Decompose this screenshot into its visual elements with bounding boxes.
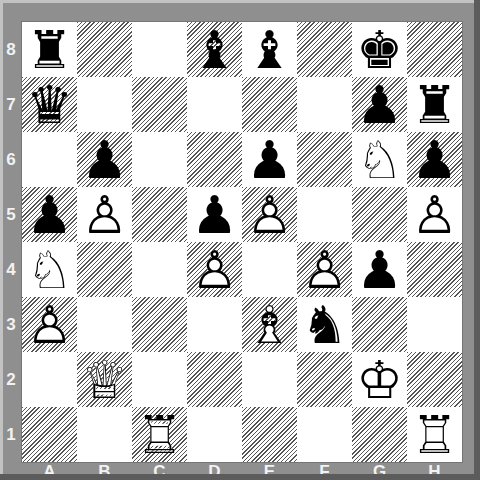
piece-white-pawn: ♙ [297, 242, 352, 297]
square-g3[interactable] [352, 297, 407, 352]
rank-label-8: 8 [0, 22, 22, 77]
square-f3[interactable]: ♞ [297, 297, 352, 352]
chess-board: ♜♝♝♚♛♟♜♟♟♞♘♟♟♟♙♟♟♙♟♙♞♘♟♙♟♙♟♟♙♝♗♞♛♕♚♔♜♖♜♖ [22, 22, 462, 462]
square-f6[interactable] [297, 132, 352, 187]
square-d2[interactable] [187, 352, 242, 407]
square-e8[interactable]: ♝ [242, 22, 297, 77]
square-a8[interactable]: ♜ [22, 22, 77, 77]
rank-label-2: 2 [0, 352, 22, 407]
piece-white-queen: ♕ [77, 352, 132, 407]
rank-label-7: 7 [0, 77, 22, 132]
piece-fill-layer: ♟ [242, 187, 297, 242]
square-a1[interactable] [22, 407, 77, 462]
square-d7[interactable] [187, 77, 242, 132]
square-h6[interactable]: ♟ [407, 132, 462, 187]
square-e2[interactable] [242, 352, 297, 407]
frame-bevel-top [0, 0, 480, 3]
piece-white-pawn: ♙ [407, 187, 462, 242]
piece-white-pawn: ♙ [187, 242, 242, 297]
piece-black-bishop: ♝ [187, 22, 242, 77]
square-h7[interactable]: ♜ [407, 77, 462, 132]
piece-black-pawn: ♟ [352, 242, 407, 297]
square-f8[interactable] [297, 22, 352, 77]
square-c7[interactable] [132, 77, 187, 132]
rank-label-6: 6 [0, 132, 22, 187]
square-b3[interactable] [77, 297, 132, 352]
square-c8[interactable] [132, 22, 187, 77]
square-a2[interactable] [22, 352, 77, 407]
piece-black-knight: ♞ [297, 297, 352, 352]
piece-white-king: ♔ [352, 352, 407, 407]
square-g4[interactable]: ♟ [352, 242, 407, 297]
piece-fill-layer: ♞ [22, 242, 77, 297]
square-f4[interactable]: ♟♙ [297, 242, 352, 297]
square-b8[interactable] [77, 22, 132, 77]
piece-white-pawn: ♙ [77, 187, 132, 242]
square-b6[interactable]: ♟ [77, 132, 132, 187]
square-h8[interactable] [407, 22, 462, 77]
square-h4[interactable] [407, 242, 462, 297]
frame-bevel-bottom [0, 474, 480, 480]
piece-white-knight: ♘ [352, 132, 407, 187]
piece-fill-layer: ♟ [22, 297, 77, 352]
square-f5[interactable] [297, 187, 352, 242]
chess-diagram: 87654321 ♜♝♝♚♛♟♜♟♟♞♘♟♟♟♙♟♟♙♟♙♞♘♟♙♟♙♟♟♙♝♗… [0, 0, 480, 480]
square-a5[interactable]: ♟ [22, 187, 77, 242]
piece-black-pawn: ♟ [352, 77, 407, 132]
square-a6[interactable] [22, 132, 77, 187]
square-d8[interactable]: ♝ [187, 22, 242, 77]
piece-fill-layer: ♝ [242, 297, 297, 352]
piece-white-rook: ♖ [132, 407, 187, 462]
piece-black-bishop: ♝ [242, 22, 297, 77]
square-e3[interactable]: ♝♗ [242, 297, 297, 352]
square-d1[interactable] [187, 407, 242, 462]
square-d5[interactable]: ♟ [187, 187, 242, 242]
square-a4[interactable]: ♞♘ [22, 242, 77, 297]
piece-white-rook: ♖ [407, 407, 462, 462]
square-e4[interactable] [242, 242, 297, 297]
square-c2[interactable] [132, 352, 187, 407]
square-h5[interactable]: ♟♙ [407, 187, 462, 242]
square-g1[interactable] [352, 407, 407, 462]
square-b4[interactable] [77, 242, 132, 297]
piece-fill-layer: ♟ [297, 242, 352, 297]
square-f7[interactable] [297, 77, 352, 132]
piece-fill-layer: ♛ [77, 352, 132, 407]
square-d4[interactable]: ♟♙ [187, 242, 242, 297]
square-d3[interactable] [187, 297, 242, 352]
square-e7[interactable] [242, 77, 297, 132]
piece-black-pawn: ♟ [22, 187, 77, 242]
piece-fill-layer: ♟ [77, 187, 132, 242]
piece-black-rook: ♜ [22, 22, 77, 77]
rank-label-3: 3 [0, 297, 22, 352]
piece-black-queen: ♛ [22, 77, 77, 132]
piece-white-pawn: ♙ [242, 187, 297, 242]
frame-bevel-right [474, 0, 480, 480]
piece-fill-layer: ♚ [352, 352, 407, 407]
square-h1[interactable]: ♜♖ [407, 407, 462, 462]
piece-black-pawn: ♟ [407, 132, 462, 187]
square-b1[interactable] [77, 407, 132, 462]
square-g5[interactable] [352, 187, 407, 242]
square-a3[interactable]: ♟♙ [22, 297, 77, 352]
square-h3[interactable] [407, 297, 462, 352]
rank-label-5: 5 [0, 187, 22, 242]
square-b2[interactable]: ♛♕ [77, 352, 132, 407]
square-f1[interactable] [297, 407, 352, 462]
piece-fill-layer: ♟ [407, 187, 462, 242]
square-g2[interactable]: ♚♔ [352, 352, 407, 407]
rank-label-1: 1 [0, 407, 22, 462]
square-f2[interactable] [297, 352, 352, 407]
square-e6[interactable]: ♟ [242, 132, 297, 187]
piece-black-rook: ♜ [407, 77, 462, 132]
square-c5[interactable] [132, 187, 187, 242]
square-c4[interactable] [132, 242, 187, 297]
square-c3[interactable] [132, 297, 187, 352]
piece-white-bishop: ♗ [242, 297, 297, 352]
piece-white-knight: ♘ [22, 242, 77, 297]
piece-white-pawn: ♙ [22, 297, 77, 352]
piece-black-pawn: ♟ [242, 132, 297, 187]
square-b5[interactable]: ♟♙ [77, 187, 132, 242]
square-e1[interactable] [242, 407, 297, 462]
square-c1[interactable]: ♜♖ [132, 407, 187, 462]
rank-labels: 87654321 [0, 22, 22, 462]
square-h2[interactable] [407, 352, 462, 407]
piece-fill-layer: ♜ [407, 407, 462, 462]
piece-black-pawn: ♟ [187, 187, 242, 242]
square-g7[interactable]: ♟ [352, 77, 407, 132]
square-d6[interactable] [187, 132, 242, 187]
square-a7[interactable]: ♛ [22, 77, 77, 132]
square-g6[interactable]: ♞♘ [352, 132, 407, 187]
piece-fill-layer: ♜ [132, 407, 187, 462]
square-b7[interactable] [77, 77, 132, 132]
piece-fill-layer: ♟ [187, 242, 242, 297]
rank-label-4: 4 [0, 242, 22, 297]
square-g8[interactable]: ♚ [352, 22, 407, 77]
piece-fill-layer: ♞ [352, 132, 407, 187]
square-c6[interactable] [132, 132, 187, 187]
piece-black-king: ♚ [352, 22, 407, 77]
square-e5[interactable]: ♟♙ [242, 187, 297, 242]
piece-black-pawn: ♟ [77, 132, 132, 187]
